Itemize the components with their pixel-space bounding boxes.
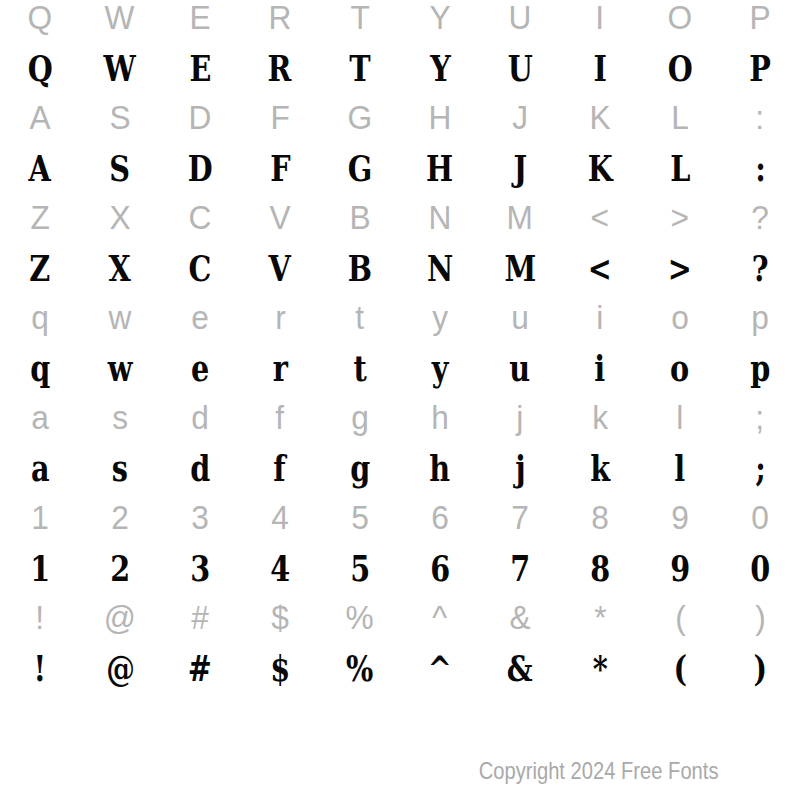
ghost-glyph: k xyxy=(592,399,608,437)
char-row-specimen: 1234567890 xyxy=(0,543,800,593)
ghost-glyph: 7 xyxy=(511,499,529,537)
specimen-glyph: # xyxy=(188,648,212,689)
specimen-glyph: 6 xyxy=(430,548,450,589)
char-cell: s xyxy=(80,393,160,443)
ghost-glyph: Y xyxy=(429,0,450,37)
char-cell: a xyxy=(0,393,80,443)
char-row-ghost: ASDFGHJKL: xyxy=(0,93,800,143)
char-cell: r xyxy=(240,343,320,393)
char-cell: D xyxy=(160,93,240,143)
char-cell: # xyxy=(160,643,240,693)
char-cell: % xyxy=(320,593,400,643)
char-row-ghost: asdfghjkl; xyxy=(0,393,800,443)
char-cell: F xyxy=(240,143,320,193)
specimen-glyph: ; xyxy=(755,448,766,489)
char-cell: a xyxy=(0,443,80,493)
char-cell: F xyxy=(240,93,320,143)
char-cell: e xyxy=(160,293,240,343)
ghost-glyph: u xyxy=(511,299,529,337)
char-cell: p xyxy=(720,293,800,343)
specimen-glyph: 0 xyxy=(750,548,770,589)
char-cell: U xyxy=(480,0,560,43)
specimen-glyph: g xyxy=(350,448,370,489)
char-cell: Y xyxy=(400,43,480,93)
char-cell: l xyxy=(640,393,720,443)
char-cell: $ xyxy=(240,643,320,693)
char-cell: f xyxy=(240,393,320,443)
specimen-glyph: q xyxy=(30,348,50,389)
char-cell: 8 xyxy=(560,493,640,543)
specimen-glyph: * xyxy=(592,648,607,689)
char-cell: ^ xyxy=(400,643,480,693)
ghost-glyph: E xyxy=(189,0,210,37)
char-cell: P xyxy=(720,43,800,93)
ghost-glyph: ; xyxy=(756,399,765,437)
char-cell: R xyxy=(240,43,320,93)
specimen-glyph: ( xyxy=(673,648,687,689)
char-cell: 0 xyxy=(720,543,800,593)
char-cell: t xyxy=(320,293,400,343)
char-row-ghost: QWERTYUIOP xyxy=(0,0,800,43)
ghost-glyph: % xyxy=(346,599,374,637)
char-cell: X xyxy=(80,243,160,293)
char-cell: L xyxy=(640,143,720,193)
ghost-glyph: F xyxy=(270,99,289,137)
char-cell: B xyxy=(320,193,400,243)
char-cell: 4 xyxy=(240,543,320,593)
char-cell: N xyxy=(400,193,480,243)
char-cell: Q xyxy=(0,0,80,43)
char-cell: q xyxy=(0,343,80,393)
ghost-glyph: N xyxy=(429,199,452,237)
ghost-glyph: e xyxy=(191,299,209,337)
specimen-glyph: i xyxy=(595,348,606,389)
char-cell: M xyxy=(480,193,560,243)
char-cell: 3 xyxy=(160,543,240,593)
ghost-glyph: 3 xyxy=(191,499,209,537)
char-cell: S xyxy=(80,143,160,193)
char-cell: P xyxy=(720,0,800,43)
char-cell: h xyxy=(400,443,480,493)
char-row-specimen: !@#$%^&*() xyxy=(0,643,800,693)
char-cell: M xyxy=(480,243,560,293)
specimen-glyph: y xyxy=(432,348,449,389)
char-cell: ; xyxy=(720,443,800,493)
char-cell: ! xyxy=(0,593,80,643)
ghost-glyph: l xyxy=(676,399,683,437)
specimen-glyph: 5 xyxy=(350,548,370,589)
char-cell: C xyxy=(160,193,240,243)
char-cell: g xyxy=(320,443,400,493)
ghost-glyph: L xyxy=(671,99,689,137)
char-cell: i xyxy=(560,293,640,343)
specimen-glyph: X xyxy=(109,248,131,289)
char-cell: R xyxy=(240,0,320,43)
char-cell: Y xyxy=(400,0,480,43)
ghost-glyph: ? xyxy=(751,199,769,237)
char-cell: 1 xyxy=(0,493,80,543)
char-row-ghost: 1234567890 xyxy=(0,493,800,543)
char-cell: 7 xyxy=(480,493,560,543)
char-cell: 3 xyxy=(160,493,240,543)
ghost-glyph: J xyxy=(512,99,528,137)
specimen-glyph: S xyxy=(110,148,131,189)
ghost-glyph: r xyxy=(275,299,286,337)
specimen-glyph: h xyxy=(430,448,451,489)
char-cell: K xyxy=(560,143,640,193)
ghost-glyph: Q xyxy=(28,0,53,37)
ghost-glyph: 8 xyxy=(591,499,609,537)
ghost-glyph: w xyxy=(109,299,132,337)
char-cell: ? xyxy=(720,243,800,293)
ghost-glyph: @ xyxy=(104,599,136,637)
ghost-glyph: q xyxy=(31,299,49,337)
char-cell: G xyxy=(320,93,400,143)
specimen-glyph: N xyxy=(427,248,453,289)
ghost-glyph: f xyxy=(276,399,285,437)
copyright-text: Copyright 2024 Free Fonts xyxy=(478,756,718,786)
specimen-glyph: 4 xyxy=(270,548,290,589)
char-cell: Q xyxy=(0,43,80,93)
specimen-glyph: $ xyxy=(270,648,290,689)
specimen-glyph: p xyxy=(750,348,770,389)
character-grid: QWERTYUIOPQWERTYUIOPASDFGHJKL:ASDFGHJKL:… xyxy=(0,0,800,693)
char-cell: i xyxy=(560,343,640,393)
char-cell: W xyxy=(80,43,160,93)
specimen-glyph: ) xyxy=(753,648,767,689)
char-cell: d xyxy=(160,443,240,493)
char-cell: o xyxy=(640,293,720,343)
ghost-glyph: j xyxy=(516,399,523,437)
char-cell: I xyxy=(560,43,640,93)
specimen-glyph: B xyxy=(348,248,372,289)
ghost-glyph: a xyxy=(31,399,49,437)
ghost-glyph: K xyxy=(589,99,610,137)
char-cell: 8 xyxy=(560,543,640,593)
char-cell: J xyxy=(480,93,560,143)
char-cell: ( xyxy=(640,593,720,643)
specimen-glyph: K xyxy=(588,148,613,189)
char-cell: 5 xyxy=(320,543,400,593)
ghost-glyph: D xyxy=(189,99,212,137)
ghost-glyph: $ xyxy=(271,599,289,637)
char-cell: U xyxy=(480,43,560,93)
char-cell: 9 xyxy=(640,493,720,543)
specimen-glyph: Q xyxy=(27,48,52,89)
specimen-glyph: e xyxy=(191,348,209,389)
char-cell: k xyxy=(560,443,640,493)
specimen-glyph: G xyxy=(348,148,373,189)
char-cell: K xyxy=(560,93,640,143)
char-cell: I xyxy=(560,0,640,43)
char-cell: 7 xyxy=(480,543,560,593)
char-cell: * xyxy=(560,643,640,693)
char-cell: 9 xyxy=(640,543,720,593)
char-row-ghost: ZXCVBNM<>? xyxy=(0,193,800,243)
ghost-glyph: h xyxy=(431,399,449,437)
char-cell: B xyxy=(320,243,400,293)
font-specimen-page: QWERTYUIOPQWERTYUIOPASDFGHJKL:ASDFGHJKL:… xyxy=(0,0,800,800)
char-cell: & xyxy=(480,643,560,693)
specimen-glyph: 9 xyxy=(670,548,690,589)
char-cell: H xyxy=(400,93,480,143)
ghost-glyph: U xyxy=(509,0,532,37)
char-cell: V xyxy=(240,243,320,293)
specimen-glyph: : xyxy=(755,148,766,189)
char-cell: G xyxy=(320,143,400,193)
ghost-glyph: & xyxy=(509,599,530,637)
specimen-glyph: 1 xyxy=(30,548,50,589)
char-cell: Z xyxy=(0,243,80,293)
char-cell: 4 xyxy=(240,493,320,543)
specimen-glyph: R xyxy=(268,48,292,89)
char-row-ghost: qwertyuiop xyxy=(0,293,800,343)
ghost-glyph: ^ xyxy=(433,599,448,637)
char-row-specimen: QWERTYUIOP xyxy=(0,43,800,93)
char-cell: y xyxy=(400,343,480,393)
ghost-glyph: * xyxy=(594,599,606,637)
ghost-glyph: < xyxy=(591,199,610,237)
char-cell: p xyxy=(720,343,800,393)
char-cell: $ xyxy=(240,593,320,643)
specimen-glyph: l xyxy=(675,448,686,489)
char-cell: j xyxy=(480,443,560,493)
char-cell: : xyxy=(720,93,800,143)
char-cell: * xyxy=(560,593,640,643)
ghost-glyph: G xyxy=(348,99,373,137)
char-cell: h xyxy=(400,393,480,443)
specimen-glyph: f xyxy=(274,448,286,489)
ghost-glyph: ( xyxy=(675,599,686,637)
ghost-glyph: 1 xyxy=(31,499,49,537)
char-cell: ( xyxy=(640,643,720,693)
specimen-glyph: C xyxy=(189,248,212,289)
ghost-glyph: ) xyxy=(755,599,766,637)
char-cell: % xyxy=(320,643,400,693)
ghost-glyph: M xyxy=(507,199,533,237)
char-cell: : xyxy=(720,143,800,193)
char-cell: T xyxy=(320,0,400,43)
specimen-glyph: t xyxy=(353,348,366,389)
ghost-glyph: y xyxy=(432,299,448,337)
ghost-glyph: P xyxy=(749,0,770,37)
ghost-glyph: i xyxy=(596,299,603,337)
specimen-glyph: E xyxy=(189,48,211,89)
ghost-glyph: B xyxy=(349,199,370,237)
char-row-specimen: ZXCVBNM<>? xyxy=(0,243,800,293)
char-cell: # xyxy=(160,593,240,643)
specimen-glyph: D xyxy=(188,148,213,189)
char-cell: y xyxy=(400,293,480,343)
char-cell: J xyxy=(480,143,560,193)
char-cell: > xyxy=(640,243,720,293)
char-cell: H xyxy=(400,143,480,193)
specimen-glyph: 8 xyxy=(590,548,610,589)
char-cell: V xyxy=(240,193,320,243)
char-cell: 0 xyxy=(720,493,800,543)
char-cell: 6 xyxy=(400,543,480,593)
char-cell: @ xyxy=(80,593,160,643)
char-cell: A xyxy=(0,93,80,143)
specimen-glyph: u xyxy=(510,348,531,389)
char-cell: r xyxy=(240,293,320,343)
ghost-glyph: C xyxy=(189,199,212,237)
char-cell: < xyxy=(560,193,640,243)
ghost-glyph: 5 xyxy=(351,499,369,537)
char-cell: O xyxy=(640,43,720,93)
ghost-glyph: 0 xyxy=(751,499,769,537)
specimen-glyph: a xyxy=(31,448,50,489)
char-cell: ? xyxy=(720,193,800,243)
char-cell: L xyxy=(640,93,720,143)
ghost-glyph: : xyxy=(756,99,765,137)
specimen-glyph: d xyxy=(190,448,210,489)
ghost-glyph: ! xyxy=(36,599,45,637)
char-cell: u xyxy=(480,343,560,393)
char-cell: o xyxy=(640,343,720,393)
specimen-glyph: @ xyxy=(106,648,135,689)
specimen-glyph: U xyxy=(507,48,532,89)
ghost-glyph: 6 xyxy=(431,499,449,537)
char-cell: g xyxy=(320,393,400,443)
char-row-specimen: qwertyuiop xyxy=(0,343,800,393)
char-cell: C xyxy=(160,243,240,293)
ghost-glyph: T xyxy=(350,0,369,37)
specimen-glyph: Z xyxy=(30,248,51,289)
char-cell: < xyxy=(560,243,640,293)
ghost-glyph: V xyxy=(269,199,290,237)
specimen-glyph: V xyxy=(269,248,291,289)
specimen-glyph: & xyxy=(507,648,533,689)
specimen-glyph: w xyxy=(108,348,133,389)
specimen-glyph: ! xyxy=(34,648,47,689)
specimen-glyph: o xyxy=(670,348,689,389)
specimen-glyph: ^ xyxy=(428,648,452,689)
specimen-glyph: I xyxy=(593,48,606,89)
specimen-glyph: M xyxy=(504,248,536,289)
char-cell: w xyxy=(80,343,160,393)
ghost-glyph: 2 xyxy=(111,499,129,537)
char-cell: T xyxy=(320,43,400,93)
char-cell: e xyxy=(160,343,240,393)
char-cell: E xyxy=(160,0,240,43)
specimen-glyph: W xyxy=(104,48,136,89)
specimen-glyph: j xyxy=(515,448,525,489)
specimen-glyph: J xyxy=(513,148,527,189)
char-cell: & xyxy=(480,593,560,643)
specimen-glyph: r xyxy=(272,348,287,389)
char-cell: E xyxy=(160,43,240,93)
ghost-glyph: g xyxy=(351,399,369,437)
specimen-glyph: Y xyxy=(430,48,451,89)
ghost-glyph: t xyxy=(356,299,365,337)
specimen-glyph: O xyxy=(667,48,692,89)
char-cell: ) xyxy=(720,643,800,693)
ghost-glyph: H xyxy=(429,99,452,137)
ghost-glyph: p xyxy=(751,299,769,337)
ghost-glyph: O xyxy=(668,0,693,37)
char-cell: W xyxy=(80,0,160,43)
specimen-glyph: ? xyxy=(752,248,769,289)
specimen-glyph: A xyxy=(29,148,51,189)
char-row-ghost: !@#$%^&*() xyxy=(0,593,800,643)
ghost-glyph: S xyxy=(109,99,130,137)
char-cell: ^ xyxy=(400,593,480,643)
char-cell: D xyxy=(160,143,240,193)
specimen-glyph: 7 xyxy=(510,548,530,589)
char-cell: Z xyxy=(0,193,80,243)
char-cell: ! xyxy=(0,643,80,693)
char-cell: w xyxy=(80,293,160,343)
specimen-glyph: > xyxy=(668,248,692,289)
ghost-glyph: 4 xyxy=(271,499,289,537)
char-cell: j xyxy=(480,393,560,443)
char-cell: N xyxy=(400,243,480,293)
char-cell: A xyxy=(0,143,80,193)
specimen-glyph: 2 xyxy=(110,548,130,589)
char-cell: 2 xyxy=(80,543,160,593)
ghost-glyph: I xyxy=(596,0,605,37)
specimen-glyph: T xyxy=(349,48,370,89)
ghost-glyph: R xyxy=(269,0,292,37)
char-cell: @ xyxy=(80,643,160,693)
char-cell: 6 xyxy=(400,493,480,543)
char-cell: d xyxy=(160,393,240,443)
specimen-glyph: k xyxy=(590,448,610,489)
char-cell: 1 xyxy=(0,543,80,593)
specimen-glyph: s xyxy=(112,448,128,489)
char-row-specimen: asdfghjkl; xyxy=(0,443,800,493)
specimen-glyph: < xyxy=(588,248,612,289)
ghost-glyph: o xyxy=(671,299,689,337)
ghost-glyph: d xyxy=(191,399,209,437)
ghost-glyph: A xyxy=(29,99,50,137)
specimen-glyph: % xyxy=(346,648,373,689)
char-row-specimen: ASDFGHJKL: xyxy=(0,143,800,193)
ghost-glyph: X xyxy=(109,199,130,237)
specimen-glyph: P xyxy=(749,48,771,89)
char-cell: s xyxy=(80,443,160,493)
specimen-glyph: L xyxy=(670,148,690,189)
char-cell: t xyxy=(320,343,400,393)
char-cell: > xyxy=(640,193,720,243)
specimen-glyph: 3 xyxy=(190,548,210,589)
specimen-glyph: H xyxy=(426,148,453,189)
char-cell: k xyxy=(560,393,640,443)
ghost-glyph: W xyxy=(105,0,135,37)
char-cell: f xyxy=(240,443,320,493)
char-cell: u xyxy=(480,293,560,343)
specimen-glyph: F xyxy=(270,148,290,189)
char-cell: ) xyxy=(720,593,800,643)
char-cell: 5 xyxy=(320,493,400,543)
char-cell: S xyxy=(80,93,160,143)
char-cell: O xyxy=(640,0,720,43)
ghost-glyph: # xyxy=(191,599,209,637)
ghost-glyph: > xyxy=(671,199,690,237)
char-cell: 2 xyxy=(80,493,160,543)
char-cell: l xyxy=(640,443,720,493)
char-cell: X xyxy=(80,193,160,243)
ghost-glyph: 9 xyxy=(671,499,689,537)
char-cell: ; xyxy=(720,393,800,443)
char-cell: q xyxy=(0,293,80,343)
ghost-glyph: s xyxy=(112,399,128,437)
ghost-glyph: Z xyxy=(30,199,49,237)
